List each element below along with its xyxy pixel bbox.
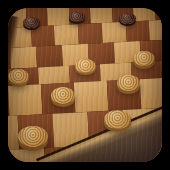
dark-checker-piece <box>119 13 136 24</box>
dark-checker-piece <box>23 17 40 28</box>
light-checker-piece <box>117 75 140 91</box>
checkers-app-icon[interactable] <box>0 0 170 170</box>
light-checker-piece <box>51 87 75 104</box>
light-checker-piece <box>8 69 29 84</box>
board-photo <box>8 8 162 162</box>
dark-checker-piece <box>69 12 85 22</box>
light-checker-piece <box>104 110 131 129</box>
light-checker-piece <box>18 126 48 147</box>
light-checker-piece <box>133 51 155 66</box>
board-square <box>8 150 9 162</box>
light-checker-piece <box>75 59 96 73</box>
pieces-layer <box>8 8 162 162</box>
